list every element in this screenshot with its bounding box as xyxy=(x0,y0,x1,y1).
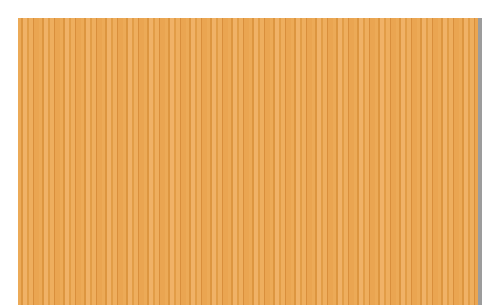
goban[interactable] xyxy=(18,18,478,305)
go-board-screen xyxy=(0,0,500,305)
board-edge-shadow xyxy=(478,18,482,305)
